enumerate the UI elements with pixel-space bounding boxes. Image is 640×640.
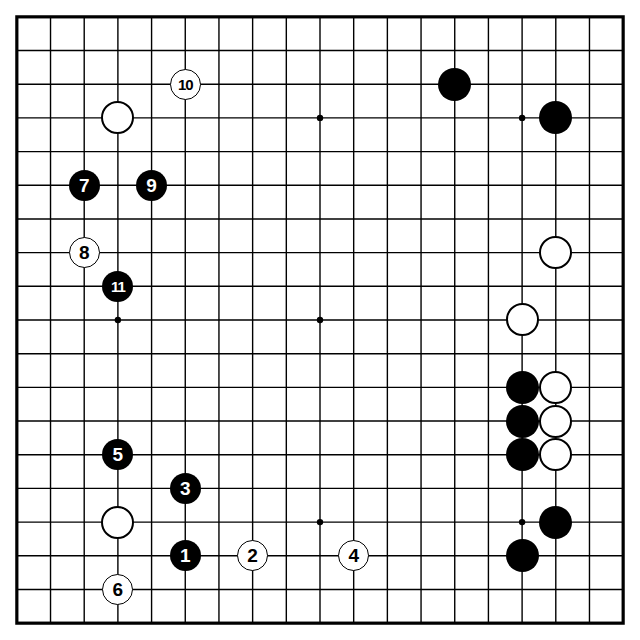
intersection[interactable] <box>34 269 68 303</box>
intersection[interactable] <box>472 0 506 34</box>
intersection[interactable] <box>505 472 539 506</box>
intersection[interactable] <box>573 202 607 236</box>
intersection[interactable] <box>34 404 68 438</box>
intersection[interactable] <box>168 34 202 68</box>
intersection[interactable] <box>0 236 34 270</box>
intersection[interactable] <box>67 101 101 135</box>
intersection[interactable] <box>337 606 371 640</box>
intersection[interactable] <box>135 34 169 68</box>
intersection[interactable] <box>34 371 68 405</box>
intersection[interactable] <box>606 573 640 607</box>
intersection[interactable] <box>202 135 236 169</box>
intersection[interactable] <box>303 438 337 472</box>
intersection[interactable] <box>236 573 270 607</box>
black-stone-move-9[interactable]: 9 <box>136 170 167 201</box>
intersection[interactable] <box>573 404 607 438</box>
intersection[interactable] <box>168 606 202 640</box>
intersection[interactable] <box>168 269 202 303</box>
intersection[interactable] <box>236 34 270 68</box>
intersection[interactable] <box>236 0 270 34</box>
intersection[interactable] <box>404 371 438 405</box>
intersection[interactable] <box>404 438 438 472</box>
intersection[interactable] <box>505 67 539 101</box>
intersection[interactable] <box>67 505 101 539</box>
intersection[interactable] <box>337 135 371 169</box>
intersection[interactable] <box>472 505 506 539</box>
black-stone[interactable] <box>539 506 572 539</box>
intersection[interactable] <box>438 236 472 270</box>
intersection[interactable] <box>505 0 539 34</box>
intersection[interactable] <box>135 67 169 101</box>
intersection[interactable] <box>0 34 34 68</box>
intersection[interactable] <box>135 202 169 236</box>
intersection[interactable] <box>269 34 303 68</box>
intersection[interactable] <box>34 135 68 169</box>
intersection[interactable] <box>337 303 371 337</box>
intersection[interactable] <box>0 371 34 405</box>
intersection[interactable] <box>303 573 337 607</box>
intersection[interactable] <box>236 67 270 101</box>
intersection[interactable] <box>539 168 573 202</box>
white-stone-move-10[interactable]: 10 <box>170 69 201 100</box>
intersection[interactable] <box>269 573 303 607</box>
intersection[interactable] <box>202 202 236 236</box>
intersection[interactable]: 9 <box>135 168 169 202</box>
intersection[interactable] <box>67 303 101 337</box>
intersection[interactable] <box>236 269 270 303</box>
intersection[interactable] <box>606 404 640 438</box>
intersection[interactable] <box>202 539 236 573</box>
intersection[interactable] <box>573 539 607 573</box>
intersection[interactable] <box>539 269 573 303</box>
intersection[interactable] <box>67 269 101 303</box>
intersection[interactable] <box>67 34 101 68</box>
intersection[interactable] <box>0 101 34 135</box>
intersection[interactable] <box>371 472 405 506</box>
intersection[interactable] <box>202 337 236 371</box>
intersection[interactable] <box>269 505 303 539</box>
intersection[interactable] <box>0 472 34 506</box>
intersection[interactable] <box>303 539 337 573</box>
intersection[interactable] <box>371 337 405 371</box>
intersection[interactable] <box>303 135 337 169</box>
intersection[interactable] <box>67 337 101 371</box>
intersection[interactable] <box>168 505 202 539</box>
intersection[interactable] <box>202 101 236 135</box>
intersection[interactable] <box>606 371 640 405</box>
intersection[interactable] <box>606 0 640 34</box>
intersection[interactable] <box>505 438 539 472</box>
intersection[interactable] <box>236 168 270 202</box>
intersection[interactable] <box>438 34 472 68</box>
intersection[interactable] <box>472 202 506 236</box>
intersection[interactable] <box>269 135 303 169</box>
intersection[interactable] <box>236 303 270 337</box>
intersection[interactable] <box>539 303 573 337</box>
intersection[interactable] <box>438 0 472 34</box>
intersection[interactable] <box>202 34 236 68</box>
intersection[interactable] <box>101 0 135 34</box>
intersection[interactable] <box>505 539 539 573</box>
intersection[interactable] <box>168 202 202 236</box>
intersection[interactable] <box>34 606 68 640</box>
intersection[interactable] <box>438 337 472 371</box>
intersection[interactable] <box>404 269 438 303</box>
black-stone-move-7[interactable]: 7 <box>69 170 100 201</box>
intersection[interactable] <box>101 404 135 438</box>
intersection[interactable] <box>404 101 438 135</box>
intersection[interactable] <box>67 0 101 34</box>
black-stone-move-3[interactable]: 3 <box>170 473 201 504</box>
intersection[interactable] <box>472 67 506 101</box>
intersection[interactable] <box>202 303 236 337</box>
intersection[interactable] <box>438 135 472 169</box>
intersection[interactable] <box>472 337 506 371</box>
white-stone[interactable] <box>539 371 572 404</box>
intersection[interactable] <box>303 168 337 202</box>
intersection[interactable] <box>0 0 34 34</box>
intersection[interactable] <box>404 0 438 34</box>
intersection[interactable] <box>404 337 438 371</box>
intersection[interactable] <box>101 371 135 405</box>
intersection[interactable] <box>303 371 337 405</box>
intersection[interactable] <box>371 135 405 169</box>
intersection[interactable] <box>101 337 135 371</box>
intersection[interactable] <box>0 505 34 539</box>
intersection[interactable] <box>438 606 472 640</box>
intersection[interactable] <box>371 269 405 303</box>
intersection[interactable] <box>236 337 270 371</box>
intersection[interactable] <box>202 269 236 303</box>
intersection[interactable] <box>168 438 202 472</box>
intersection[interactable] <box>438 371 472 405</box>
intersection[interactable] <box>404 202 438 236</box>
intersection[interactable] <box>236 371 270 405</box>
intersection[interactable] <box>606 303 640 337</box>
intersection[interactable] <box>135 303 169 337</box>
intersection[interactable] <box>168 236 202 270</box>
intersection[interactable] <box>438 539 472 573</box>
intersection[interactable] <box>505 168 539 202</box>
intersection[interactable] <box>0 202 34 236</box>
intersection[interactable] <box>236 505 270 539</box>
intersection[interactable] <box>539 606 573 640</box>
intersection[interactable] <box>337 337 371 371</box>
intersection[interactable] <box>168 135 202 169</box>
intersection[interactable] <box>101 34 135 68</box>
intersection[interactable] <box>371 404 405 438</box>
intersection[interactable] <box>505 303 539 337</box>
intersection[interactable] <box>101 135 135 169</box>
intersection[interactable] <box>269 472 303 506</box>
intersection[interactable] <box>472 135 506 169</box>
intersection[interactable] <box>135 539 169 573</box>
intersection[interactable] <box>202 236 236 270</box>
intersection[interactable]: 11 <box>101 269 135 303</box>
intersection[interactable] <box>371 606 405 640</box>
intersection[interactable] <box>573 438 607 472</box>
intersection[interactable] <box>606 505 640 539</box>
intersection[interactable] <box>505 202 539 236</box>
intersection[interactable] <box>236 472 270 506</box>
intersection[interactable] <box>371 34 405 68</box>
intersection[interactable] <box>337 573 371 607</box>
intersection[interactable] <box>505 236 539 270</box>
intersection[interactable] <box>202 168 236 202</box>
intersection[interactable] <box>34 303 68 337</box>
intersection[interactable] <box>404 505 438 539</box>
black-stone[interactable] <box>506 539 539 572</box>
intersection[interactable] <box>371 101 405 135</box>
intersection[interactable] <box>67 67 101 101</box>
black-stone[interactable] <box>506 371 539 404</box>
intersection[interactable] <box>101 539 135 573</box>
intersection[interactable] <box>371 371 405 405</box>
intersection[interactable] <box>404 606 438 640</box>
intersection[interactable] <box>101 606 135 640</box>
intersection[interactable] <box>337 202 371 236</box>
intersection[interactable] <box>337 101 371 135</box>
intersection[interactable] <box>34 573 68 607</box>
intersection[interactable] <box>303 337 337 371</box>
intersection[interactable] <box>0 168 34 202</box>
intersection[interactable] <box>202 505 236 539</box>
intersection[interactable] <box>438 101 472 135</box>
intersection[interactable]: 3 <box>168 472 202 506</box>
intersection[interactable] <box>472 371 506 405</box>
intersection[interactable] <box>539 505 573 539</box>
intersection[interactable] <box>371 0 405 34</box>
intersection[interactable] <box>371 168 405 202</box>
intersection[interactable] <box>438 269 472 303</box>
intersection[interactable] <box>573 101 607 135</box>
intersection[interactable] <box>67 135 101 169</box>
intersection[interactable] <box>438 438 472 472</box>
intersection[interactable] <box>202 67 236 101</box>
intersection[interactable] <box>0 404 34 438</box>
intersection[interactable]: 4 <box>337 539 371 573</box>
intersection[interactable] <box>67 202 101 236</box>
intersection[interactable] <box>269 67 303 101</box>
intersection[interactable] <box>0 438 34 472</box>
intersection[interactable] <box>101 67 135 101</box>
intersection[interactable] <box>472 236 506 270</box>
intersection[interactable] <box>438 505 472 539</box>
intersection[interactable] <box>337 34 371 68</box>
intersection[interactable] <box>34 472 68 506</box>
intersection[interactable] <box>505 371 539 405</box>
intersection[interactable] <box>539 101 573 135</box>
intersection[interactable] <box>539 135 573 169</box>
intersection[interactable] <box>472 472 506 506</box>
intersection[interactable] <box>539 202 573 236</box>
black-stone[interactable] <box>506 438 539 471</box>
intersection[interactable] <box>303 0 337 34</box>
intersection[interactable] <box>101 505 135 539</box>
intersection[interactable] <box>505 34 539 68</box>
intersection[interactable] <box>337 472 371 506</box>
intersection[interactable] <box>303 202 337 236</box>
intersection[interactable]: 1 <box>168 539 202 573</box>
intersection[interactable] <box>101 236 135 270</box>
intersection[interactable] <box>202 606 236 640</box>
intersection[interactable] <box>438 404 472 438</box>
intersection[interactable] <box>269 236 303 270</box>
intersection[interactable] <box>236 606 270 640</box>
intersection[interactable] <box>438 67 472 101</box>
intersection[interactable] <box>404 539 438 573</box>
intersection[interactable] <box>438 303 472 337</box>
intersection[interactable] <box>269 0 303 34</box>
intersection[interactable] <box>404 303 438 337</box>
intersection[interactable] <box>303 34 337 68</box>
intersection[interactable] <box>539 404 573 438</box>
intersection[interactable] <box>606 101 640 135</box>
intersection[interactable] <box>269 539 303 573</box>
intersection[interactable]: 10 <box>168 67 202 101</box>
intersection[interactable] <box>269 371 303 405</box>
intersection[interactable] <box>168 573 202 607</box>
intersection[interactable] <box>135 236 169 270</box>
intersection[interactable] <box>539 472 573 506</box>
intersection[interactable] <box>303 269 337 303</box>
intersection[interactable] <box>168 337 202 371</box>
intersection[interactable] <box>269 269 303 303</box>
intersection[interactable] <box>404 472 438 506</box>
intersection[interactable] <box>337 404 371 438</box>
intersection[interactable] <box>472 404 506 438</box>
intersection[interactable] <box>101 303 135 337</box>
intersection[interactable] <box>337 236 371 270</box>
intersection[interactable] <box>168 101 202 135</box>
intersection[interactable] <box>135 337 169 371</box>
intersection[interactable] <box>337 371 371 405</box>
intersection[interactable] <box>404 168 438 202</box>
intersection[interactable] <box>472 438 506 472</box>
intersection[interactable] <box>505 135 539 169</box>
intersection[interactable] <box>303 505 337 539</box>
intersection[interactable] <box>472 573 506 607</box>
intersection[interactable] <box>472 539 506 573</box>
black-stone-move-1[interactable]: 1 <box>170 540 201 571</box>
intersection[interactable] <box>34 236 68 270</box>
intersection[interactable] <box>573 337 607 371</box>
intersection[interactable] <box>404 67 438 101</box>
intersection[interactable] <box>573 371 607 405</box>
intersection[interactable] <box>101 101 135 135</box>
intersection[interactable] <box>236 101 270 135</box>
intersection[interactable] <box>34 438 68 472</box>
intersection[interactable] <box>606 202 640 236</box>
intersection[interactable] <box>606 472 640 506</box>
intersection[interactable] <box>539 236 573 270</box>
intersection[interactable] <box>269 202 303 236</box>
intersection[interactable] <box>168 371 202 405</box>
intersection[interactable] <box>505 101 539 135</box>
intersection[interactable] <box>472 101 506 135</box>
intersection[interactable] <box>269 404 303 438</box>
intersection[interactable] <box>34 202 68 236</box>
intersection[interactable] <box>505 404 539 438</box>
intersection[interactable] <box>135 472 169 506</box>
intersection[interactable] <box>67 438 101 472</box>
intersection[interactable] <box>337 269 371 303</box>
intersection[interactable] <box>438 573 472 607</box>
intersection[interactable] <box>606 438 640 472</box>
intersection[interactable] <box>135 404 169 438</box>
intersection[interactable] <box>202 472 236 506</box>
intersection[interactable] <box>573 269 607 303</box>
black-stone-move-11[interactable]: 11 <box>102 271 133 302</box>
intersection[interactable] <box>573 472 607 506</box>
intersection[interactable] <box>236 236 270 270</box>
intersection[interactable] <box>0 135 34 169</box>
intersection[interactable] <box>34 337 68 371</box>
intersection[interactable] <box>168 404 202 438</box>
intersection[interactable] <box>539 371 573 405</box>
intersection[interactable] <box>606 135 640 169</box>
intersection[interactable]: 8 <box>67 236 101 270</box>
intersection[interactable] <box>371 67 405 101</box>
intersection[interactable] <box>303 303 337 337</box>
intersection[interactable] <box>505 573 539 607</box>
intersection[interactable]: 5 <box>101 438 135 472</box>
intersection[interactable] <box>269 303 303 337</box>
intersection[interactable] <box>34 539 68 573</box>
intersection[interactable] <box>202 573 236 607</box>
intersection[interactable] <box>236 202 270 236</box>
intersection[interactable] <box>135 101 169 135</box>
intersection[interactable] <box>168 168 202 202</box>
intersection[interactable] <box>573 34 607 68</box>
intersection[interactable] <box>404 34 438 68</box>
intersection[interactable] <box>505 606 539 640</box>
intersection[interactable] <box>371 236 405 270</box>
intersection[interactable]: 6 <box>101 573 135 607</box>
intersection[interactable] <box>573 573 607 607</box>
white-stone[interactable] <box>506 303 539 336</box>
intersection[interactable] <box>269 337 303 371</box>
intersection[interactable] <box>606 606 640 640</box>
intersection[interactable] <box>67 539 101 573</box>
intersection[interactable] <box>303 404 337 438</box>
intersection[interactable] <box>371 539 405 573</box>
intersection[interactable] <box>404 135 438 169</box>
intersection[interactable] <box>606 236 640 270</box>
intersection[interactable] <box>135 269 169 303</box>
intersection[interactable] <box>0 67 34 101</box>
intersection[interactable] <box>101 472 135 506</box>
intersection[interactable] <box>34 67 68 101</box>
intersection[interactable] <box>573 505 607 539</box>
intersection[interactable] <box>337 168 371 202</box>
white-stone-move-4[interactable]: 4 <box>338 540 369 571</box>
intersection[interactable] <box>303 236 337 270</box>
intersection[interactable] <box>573 67 607 101</box>
intersection[interactable] <box>438 202 472 236</box>
intersection[interactable] <box>202 371 236 405</box>
intersection[interactable] <box>135 505 169 539</box>
intersection[interactable] <box>67 606 101 640</box>
intersection[interactable] <box>404 573 438 607</box>
intersection[interactable] <box>303 67 337 101</box>
intersection[interactable] <box>135 438 169 472</box>
intersection[interactable] <box>505 269 539 303</box>
intersection[interactable] <box>0 606 34 640</box>
intersection[interactable] <box>135 371 169 405</box>
intersection[interactable] <box>269 606 303 640</box>
intersection[interactable] <box>573 606 607 640</box>
